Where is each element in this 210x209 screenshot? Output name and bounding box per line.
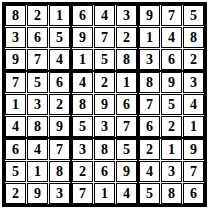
cell-r2c3[interactable]: 5 (49, 27, 70, 48)
box-7: 647518293 (4, 138, 71, 205)
cell-r6c2[interactable]: 8 (27, 116, 48, 137)
cell-r6c9[interactable]: 1 (183, 116, 204, 137)
cell-r6c3[interactable]: 9 (49, 116, 70, 137)
cell-r5c8[interactable]: 5 (161, 94, 182, 115)
cell-r9c5[interactable]: 1 (94, 183, 115, 204)
cell-r6c5[interactable]: 3 (94, 116, 115, 137)
cell-r2c2[interactable]: 6 (27, 27, 48, 48)
cell-r2c1[interactable]: 3 (5, 27, 26, 48)
cell-r4c8[interactable]: 9 (161, 72, 182, 93)
box-4: 756132489 (4, 71, 71, 138)
box-5: 421896537 (71, 71, 138, 138)
cell-r6c6[interactable]: 7 (116, 116, 137, 137)
cell-r7c8[interactable]: 1 (161, 139, 182, 160)
cell-r5c5[interactable]: 9 (94, 94, 115, 115)
cell-r1c9[interactable]: 5 (183, 5, 204, 26)
cell-r8c2[interactable]: 1 (27, 161, 48, 182)
cell-r7c4[interactable]: 3 (72, 139, 93, 160)
cell-r9c4[interactable]: 7 (72, 183, 93, 204)
cell-r4c6[interactable]: 1 (116, 72, 137, 93)
cell-r1c5[interactable]: 4 (94, 5, 115, 26)
cell-r9c1[interactable]: 2 (5, 183, 26, 204)
cell-r3c4[interactable]: 1 (72, 49, 93, 70)
cell-r5c3[interactable]: 2 (49, 94, 70, 115)
cell-r9c3[interactable]: 3 (49, 183, 70, 204)
cell-r4c1[interactable]: 7 (5, 72, 26, 93)
cell-r9c8[interactable]: 8 (161, 183, 182, 204)
cell-r8c6[interactable]: 9 (116, 161, 137, 182)
cell-r5c9[interactable]: 4 (183, 94, 204, 115)
cell-r7c1[interactable]: 6 (5, 139, 26, 160)
box-1: 821365974 (4, 4, 71, 71)
cell-r8c4[interactable]: 2 (72, 161, 93, 182)
cell-r5c6[interactable]: 6 (116, 94, 137, 115)
cell-r6c7[interactable]: 6 (139, 116, 160, 137)
cell-r8c3[interactable]: 8 (49, 161, 70, 182)
cell-r2c6[interactable]: 2 (116, 27, 137, 48)
cell-r3c7[interactable]: 3 (139, 49, 160, 70)
cell-r3c2[interactable]: 7 (27, 49, 48, 70)
cell-r3c8[interactable]: 6 (161, 49, 182, 70)
cell-r1c8[interactable]: 7 (161, 5, 182, 26)
cell-r1c6[interactable]: 3 (116, 5, 137, 26)
cell-r9c9[interactable]: 6 (183, 183, 204, 204)
cell-r3c5[interactable]: 5 (94, 49, 115, 70)
cell-r1c1[interactable]: 8 (5, 5, 26, 26)
cell-r2c4[interactable]: 9 (72, 27, 93, 48)
cell-r9c2[interactable]: 9 (27, 183, 48, 204)
cell-r4c9[interactable]: 3 (183, 72, 204, 93)
cell-r7c5[interactable]: 8 (94, 139, 115, 160)
cell-r4c4[interactable]: 4 (72, 72, 93, 93)
cell-r3c9[interactable]: 2 (183, 49, 204, 70)
cell-r8c9[interactable]: 7 (183, 161, 204, 182)
cell-r6c1[interactable]: 4 (5, 116, 26, 137)
sudoku-board-margin: 8213659746439721589751483627561324894218… (0, 0, 209, 209)
sudoku-board: 8213659746439721589751483627561324894218… (2, 2, 207, 207)
cell-r1c7[interactable]: 9 (139, 5, 160, 26)
cell-r1c3[interactable]: 1 (49, 5, 70, 26)
box-9: 219437586 (138, 138, 205, 205)
cell-r7c7[interactable]: 2 (139, 139, 160, 160)
cell-r4c7[interactable]: 8 (139, 72, 160, 93)
cell-r6c4[interactable]: 5 (72, 116, 93, 137)
cell-r2c8[interactable]: 4 (161, 27, 182, 48)
box-8: 385269714 (71, 138, 138, 205)
cell-r8c8[interactable]: 3 (161, 161, 182, 182)
box-2: 643972158 (71, 4, 138, 71)
cell-r5c1[interactable]: 1 (5, 94, 26, 115)
cell-r4c2[interactable]: 5 (27, 72, 48, 93)
cell-r8c5[interactable]: 6 (94, 161, 115, 182)
cell-r9c7[interactable]: 5 (139, 183, 160, 204)
cell-r3c1[interactable]: 9 (5, 49, 26, 70)
cell-r3c3[interactable]: 4 (49, 49, 70, 70)
cell-r1c4[interactable]: 6 (72, 5, 93, 26)
cell-r5c4[interactable]: 8 (72, 94, 93, 115)
cell-r7c2[interactable]: 4 (27, 139, 48, 160)
cell-r5c7[interactable]: 7 (139, 94, 160, 115)
cell-r7c3[interactable]: 7 (49, 139, 70, 160)
cell-r2c7[interactable]: 1 (139, 27, 160, 48)
box-3: 975148362 (138, 4, 205, 71)
cell-r6c8[interactable]: 2 (161, 116, 182, 137)
cell-r7c9[interactable]: 9 (183, 139, 204, 160)
cell-r3c6[interactable]: 8 (116, 49, 137, 70)
cell-r4c5[interactable]: 2 (94, 72, 115, 93)
cell-r7c6[interactable]: 5 (116, 139, 137, 160)
cell-r1c2[interactable]: 2 (27, 5, 48, 26)
cell-r4c3[interactable]: 6 (49, 72, 70, 93)
cell-r2c9[interactable]: 8 (183, 27, 204, 48)
box-6: 893754621 (138, 71, 205, 138)
cell-r9c6[interactable]: 4 (116, 183, 137, 204)
cell-r5c2[interactable]: 3 (27, 94, 48, 115)
cell-r8c1[interactable]: 5 (5, 161, 26, 182)
cell-r2c5[interactable]: 7 (94, 27, 115, 48)
cell-r8c7[interactable]: 4 (139, 161, 160, 182)
